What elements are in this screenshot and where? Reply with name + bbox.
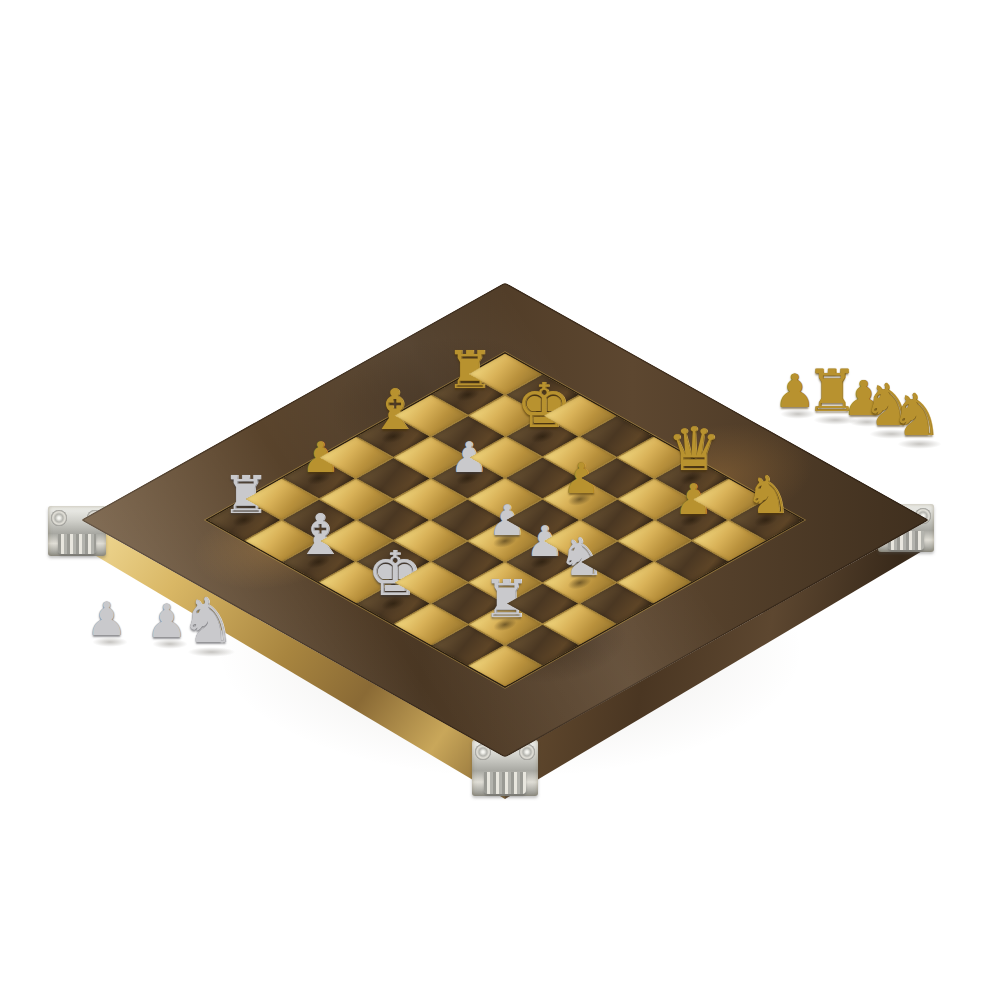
leg-flute	[58, 534, 95, 554]
leg-volute-icon	[51, 510, 67, 526]
piece-gold-queen-h3[interactable]: ♛	[666, 419, 720, 479]
leg-flute	[484, 772, 526, 794]
piece-gold-knight-h1[interactable]: ♞	[745, 469, 792, 521]
